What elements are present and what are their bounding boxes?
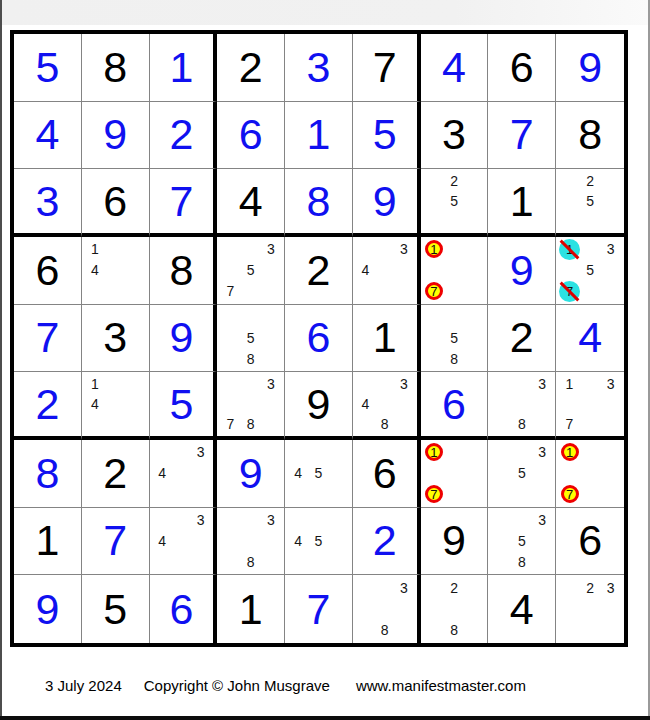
pencil-marks: 45 — [288, 442, 349, 505]
solved-digit: 4 — [578, 316, 602, 359]
candidate-slot: 3 — [261, 510, 281, 531]
cell-r3c3[interactable]: 7 — [150, 169, 218, 237]
solved-digit: 2 — [35, 383, 59, 426]
cell-r8c7[interactable]: 9 — [421, 508, 489, 576]
candidate-slot: 5 — [308, 531, 328, 552]
candidate-slot: 3 — [261, 239, 281, 260]
cell-r7c7[interactable]: 17 — [421, 440, 489, 508]
candidate-digit: 3 — [267, 513, 275, 527]
candidate-slot: 1 — [424, 239, 444, 260]
solved-digit: 9 — [169, 316, 193, 359]
pencil-marks: 58 — [220, 307, 281, 370]
pencil-marks: 38 — [220, 510, 281, 573]
cell-r8c8[interactable]: 358 — [488, 508, 556, 576]
candidate-digit: 3 — [197, 513, 205, 527]
candidate-slot: 3 — [600, 577, 621, 598]
given-digit: 2 — [307, 249, 331, 292]
cell-r2c1[interactable]: 4 — [14, 102, 82, 170]
candidate-slot: 1 — [424, 442, 444, 463]
candidate-slot: 3 — [261, 374, 281, 394]
pencil-marks: 25 — [559, 171, 621, 231]
solved-digit: 8 — [35, 452, 59, 495]
cell-r3c5[interactable]: 8 — [285, 169, 353, 237]
cell-r3c8[interactable]: 1 — [488, 169, 556, 237]
candidate-slot: 8 — [444, 620, 464, 641]
candidate-digit: 8 — [450, 623, 458, 637]
given-digit: 5 — [103, 588, 127, 631]
candidate-digit: 8 — [381, 417, 389, 431]
candidate-slot: 4 — [356, 260, 375, 281]
given-digit: 6 — [578, 519, 602, 562]
candidate-slot: 4 — [85, 394, 105, 414]
candidate-digit: 2 — [586, 174, 594, 188]
given-digit: 3 — [103, 316, 127, 359]
candidate-slot: 2 — [580, 171, 601, 191]
solved-digit: 7 — [169, 180, 193, 223]
cell-r9c5[interactable]: 7 — [285, 575, 353, 643]
candidate-digit: 5 — [518, 466, 526, 480]
candidate-slot: 5 — [580, 191, 601, 211]
cell-r4c7[interactable]: 17 — [421, 237, 489, 305]
cell-r4c9[interactable]: 1357 — [556, 237, 624, 305]
given-digit: 4 — [239, 180, 263, 223]
cell-r9c9[interactable]: 23 — [556, 575, 624, 643]
cell-r5c5[interactable]: 6 — [285, 305, 353, 373]
pencil-marks: 358 — [491, 510, 552, 573]
cell-r3c6[interactable]: 9 — [353, 169, 421, 237]
candidate-highlighted-circle: 7 — [425, 282, 443, 300]
solved-digit: 6 — [442, 383, 466, 426]
candidate-digit: 3 — [400, 581, 408, 595]
pencil-marks: 34 — [153, 510, 211, 573]
candidate-digit: 8 — [381, 623, 389, 637]
cell-r9c3[interactable]: 6 — [150, 575, 218, 643]
cell-r8c2[interactable]: 7 — [82, 508, 150, 576]
cell-r8c4[interactable]: 38 — [217, 508, 285, 576]
cell-r1c4[interactable]: 2 — [217, 34, 285, 102]
candidate-slot: 5 — [512, 531, 532, 552]
candidate-digit: 3 — [607, 377, 615, 391]
candidate-digit: 1 — [566, 377, 574, 391]
candidate-slot: 4 — [288, 463, 308, 484]
given-digit: 6 — [103, 180, 127, 223]
given-digit: 1 — [35, 519, 59, 562]
cell-r5c4[interactable]: 58 — [217, 305, 285, 373]
cell-r7c8[interactable]: 35 — [488, 440, 556, 508]
cell-r8c5[interactable]: 45 — [285, 508, 353, 576]
pencil-marks: 58 — [424, 307, 485, 370]
candidate-slot: 8 — [375, 414, 394, 434]
cell-r6c6[interactable]: 348 — [353, 372, 421, 440]
cell-r7c5[interactable]: 45 — [285, 440, 353, 508]
solved-digit: 6 — [169, 588, 193, 631]
candidate-slot: 5 — [444, 328, 464, 349]
given-digit: 2 — [103, 452, 127, 495]
candidate-slot: 3 — [532, 510, 552, 531]
footer-date: 3 July 2024 — [45, 677, 122, 694]
candidate-slot: 1 — [559, 239, 580, 260]
cell-r6c5[interactable]: 9 — [285, 372, 353, 440]
cell-r6c8[interactable]: 38 — [488, 372, 556, 440]
candidate-highlighted-circle: 7 — [561, 485, 579, 503]
cell-r5c8[interactable]: 2 — [488, 305, 556, 373]
cell-r2c6[interactable]: 5 — [353, 102, 421, 170]
solved-digit: 4 — [442, 46, 466, 89]
candidate-slot: 8 — [512, 414, 532, 434]
cell-r2c5[interactable]: 1 — [285, 102, 353, 170]
pencil-marks: 137 — [559, 374, 621, 434]
solved-digit: 7 — [35, 316, 59, 359]
candidate-digit: 2 — [586, 581, 594, 595]
pencil-marks: 23 — [559, 577, 621, 641]
candidate-slot: 4 — [153, 531, 172, 552]
footer-website: www.manifestmaster.com — [356, 677, 526, 694]
cell-r9c7[interactable]: 28 — [421, 575, 489, 643]
cell-r7c6[interactable]: 6 — [353, 440, 421, 508]
candidate-slot: 4 — [153, 463, 172, 484]
solved-digit: 5 — [169, 383, 193, 426]
pencil-marks: 17 — [424, 442, 485, 505]
window-toolbar — [2, 0, 648, 25]
cell-r2c9[interactable]: 8 — [556, 102, 624, 170]
cell-r9c1[interactable]: 9 — [14, 575, 82, 643]
candidate-digit: 4 — [294, 534, 302, 548]
candidate-digit: 4 — [91, 263, 99, 277]
candidate-slot: 1 — [559, 442, 580, 463]
footer-copyright: Copyright © John Musgrave — [144, 677, 330, 694]
cell-r8c3[interactable]: 34 — [150, 508, 218, 576]
solved-digit: 6 — [239, 113, 263, 156]
solved-digit: 9 — [239, 452, 263, 495]
candidate-slot: 5 — [241, 328, 261, 349]
candidate-slot: 3 — [394, 374, 413, 394]
given-digit: 8 — [103, 46, 127, 89]
candidate-eliminated-circle: 7 — [559, 281, 580, 302]
cell-r4c4[interactable]: 357 — [217, 237, 285, 305]
solved-digit: 9 — [578, 46, 602, 89]
cell-r3c4[interactable]: 4 — [217, 169, 285, 237]
candidate-slot: 3 — [394, 239, 413, 260]
candidate-digit: 3 — [400, 377, 408, 391]
cell-r6c4[interactable]: 378 — [217, 372, 285, 440]
cell-r1c7[interactable]: 4 — [421, 34, 489, 102]
candidate-slot: 3 — [532, 374, 552, 394]
given-digit: 6 — [510, 46, 534, 89]
candidate-digit: 4 — [91, 397, 99, 411]
cell-r7c9[interactable]: 17 — [556, 440, 624, 508]
cell-r2c3[interactable]: 2 — [150, 102, 218, 170]
candidate-digit: 3 — [538, 445, 546, 459]
candidate-digit: 4 — [294, 466, 302, 480]
given-digit: 9 — [442, 519, 466, 562]
given-digit: 1 — [373, 316, 397, 359]
candidate-slot: 5 — [308, 463, 328, 484]
candidate-digit: 7 — [227, 284, 235, 298]
candidate-slot: 5 — [512, 463, 532, 484]
pencil-marks: 348 — [356, 374, 414, 434]
cell-r6c7[interactable]: 6 — [421, 372, 489, 440]
cell-r5c9[interactable]: 4 — [556, 305, 624, 373]
candidate-slot: 4 — [288, 531, 308, 552]
solved-digit: 7 — [103, 519, 127, 562]
cell-r5c3[interactable]: 9 — [150, 305, 218, 373]
candidate-slot: 7 — [559, 281, 580, 302]
candidate-digit: 1 — [91, 377, 99, 391]
candidate-highlighted-circle: 7 — [425, 485, 443, 503]
cell-r9c8[interactable]: 4 — [488, 575, 556, 643]
pencil-marks: 14 — [85, 374, 146, 434]
candidate-digit: 3 — [538, 513, 546, 527]
candidate-digit: 8 — [518, 555, 526, 569]
candidate-slot: 5 — [444, 191, 464, 211]
given-digit: 1 — [239, 588, 263, 631]
candidate-digit: 4 — [158, 534, 166, 548]
solved-digit: 7 — [510, 113, 534, 156]
candidate-slot: 3 — [191, 442, 210, 463]
candidate-slot: 3 — [600, 239, 621, 260]
candidate-slot: 8 — [241, 348, 261, 369]
cell-r1c3[interactable]: 1 — [150, 34, 218, 102]
solved-digit: 1 — [169, 46, 193, 89]
cell-r5c6[interactable]: 1 — [353, 305, 421, 373]
pencil-marks: 357 — [220, 239, 281, 302]
cell-r9c2[interactable]: 5 — [82, 575, 150, 643]
solved-digit: 9 — [35, 588, 59, 631]
candidate-slot: 3 — [600, 374, 621, 394]
given-digit: 1 — [510, 180, 534, 223]
solved-digit: 5 — [373, 113, 397, 156]
candidate-slot: 7 — [424, 484, 444, 505]
cell-r5c1[interactable]: 7 — [14, 305, 82, 373]
candidate-digit: 8 — [518, 417, 526, 431]
candidate-digit: 3 — [607, 581, 615, 595]
cell-r7c4[interactable]: 9 — [217, 440, 285, 508]
candidate-digit: 4 — [158, 466, 166, 480]
cell-r3c7[interactable]: 25 — [421, 169, 489, 237]
cell-r1c2[interactable]: 8 — [82, 34, 150, 102]
candidate-slot: 4 — [85, 260, 105, 281]
candidate-slot: 7 — [424, 281, 444, 302]
candidate-slot: 3 — [191, 510, 210, 531]
footer: 3 July 2024Copyright © John Musgravewww.… — [45, 677, 605, 694]
candidate-digit: 5 — [586, 263, 594, 277]
candidate-digit: 2 — [450, 174, 458, 188]
candidate-slot: 8 — [375, 620, 394, 641]
candidate-slot: 8 — [241, 551, 261, 572]
cell-r7c3[interactable]: 34 — [150, 440, 218, 508]
given-digit: 9 — [307, 383, 331, 426]
candidate-digit: 3 — [267, 377, 275, 391]
cell-r4c2[interactable]: 14 — [82, 237, 150, 305]
cell-r5c7[interactable]: 58 — [421, 305, 489, 373]
candidate-slot: 7 — [220, 281, 240, 302]
cell-r2c8[interactable]: 7 — [488, 102, 556, 170]
cell-r3c1[interactable]: 3 — [14, 169, 82, 237]
candidate-digit: 8 — [450, 352, 458, 366]
solved-digit: 9 — [103, 113, 127, 156]
candidate-digit: 3 — [197, 445, 205, 459]
window-bottom-edge — [0, 716, 650, 720]
pencil-marks: 34 — [356, 239, 414, 302]
candidate-digit: 5 — [247, 263, 255, 277]
cell-r6c2[interactable]: 14 — [82, 372, 150, 440]
cell-r4c8[interactable]: 9 — [488, 237, 556, 305]
pencil-marks: 14 — [85, 239, 146, 302]
cell-r2c2[interactable]: 9 — [82, 102, 150, 170]
solved-digit: 3 — [35, 180, 59, 223]
candidate-slot: 7 — [220, 414, 240, 434]
given-digit: 8 — [169, 249, 193, 292]
candidate-digit: 4 — [362, 263, 370, 277]
candidate-slot: 4 — [356, 394, 375, 414]
cell-r8c1[interactable]: 1 — [14, 508, 82, 576]
cell-r6c9[interactable]: 137 — [556, 372, 624, 440]
candidate-highlighted-circle: 1 — [425, 443, 443, 461]
candidate-digit: 3 — [267, 242, 275, 256]
candidate-digit: 4 — [362, 397, 370, 411]
candidate-digit: 8 — [247, 352, 255, 366]
cell-r7c2[interactable]: 2 — [82, 440, 150, 508]
pencil-marks: 25 — [424, 171, 485, 231]
cell-r3c2[interactable]: 6 — [82, 169, 150, 237]
cell-r4c6[interactable]: 34 — [353, 237, 421, 305]
cell-r4c3[interactable]: 8 — [150, 237, 218, 305]
candidate-slot: 3 — [394, 577, 413, 598]
cell-r9c6[interactable]: 38 — [353, 575, 421, 643]
given-digit: 4 — [510, 588, 534, 631]
pencil-marks: 17 — [424, 239, 485, 302]
cell-r1c8[interactable]: 6 — [488, 34, 556, 102]
cell-r1c5[interactable]: 3 — [285, 34, 353, 102]
candidate-slot: 2 — [444, 577, 464, 598]
pencil-marks: 34 — [153, 442, 211, 505]
given-digit: 8 — [578, 113, 602, 156]
sudoku-board: 5812374694926153783674892512561483572341… — [10, 30, 628, 647]
candidate-digit: 3 — [607, 242, 615, 256]
candidate-slot: 8 — [512, 551, 532, 572]
cell-r2c4[interactable]: 6 — [217, 102, 285, 170]
candidate-slot: 2 — [444, 171, 464, 191]
candidate-digit: 8 — [247, 417, 255, 431]
pencil-marks: 38 — [356, 577, 414, 641]
cell-r8c9[interactable]: 6 — [556, 508, 624, 576]
solved-digit: 2 — [373, 519, 397, 562]
cell-r5c2[interactable]: 3 — [82, 305, 150, 373]
solved-digit: 4 — [35, 113, 59, 156]
solved-digit: 3 — [307, 46, 331, 89]
solved-digit: 2 — [169, 113, 193, 156]
solved-digit: 9 — [373, 180, 397, 223]
candidate-digit: 5 — [247, 331, 255, 345]
cell-r4c5[interactable]: 2 — [285, 237, 353, 305]
candidate-digit: 7 — [566, 417, 574, 431]
candidate-highlighted-circle: 1 — [561, 443, 579, 461]
given-digit: 3 — [442, 113, 466, 156]
given-digit: 6 — [35, 249, 59, 292]
solved-digit: 1 — [307, 113, 331, 156]
candidate-slot: 3 — [532, 442, 552, 463]
candidate-slot: 1 — [85, 239, 105, 260]
cell-r1c9[interactable]: 9 — [556, 34, 624, 102]
pencil-marks: 38 — [491, 374, 552, 434]
candidate-slot: 8 — [444, 348, 464, 369]
candidate-digit: 5 — [518, 534, 526, 548]
candidate-slot: 7 — [559, 414, 580, 434]
candidate-digit: 8 — [247, 555, 255, 569]
candidate-highlighted-circle: 1 — [425, 240, 443, 258]
cell-r6c1[interactable]: 2 — [14, 372, 82, 440]
cell-r4c1[interactable]: 6 — [14, 237, 82, 305]
candidate-digit: 3 — [400, 242, 408, 256]
candidate-digit: 2 — [450, 581, 458, 595]
cell-r3c9[interactable]: 25 — [556, 169, 624, 237]
pencil-marks: 28 — [424, 577, 485, 641]
cell-r6c3[interactable]: 5 — [150, 372, 218, 440]
candidate-digit: 5 — [586, 194, 594, 208]
given-digit: 6 — [373, 452, 397, 495]
candidate-slot: 7 — [559, 484, 580, 505]
given-digit: 2 — [239, 46, 263, 89]
candidate-digit: 5 — [315, 534, 323, 548]
solved-digit: 8 — [307, 180, 331, 223]
cell-r7c1[interactable]: 8 — [14, 440, 82, 508]
candidate-eliminated-circle: 1 — [559, 239, 580, 260]
candidate-slot: 1 — [85, 374, 105, 394]
given-digit: 2 — [510, 316, 534, 359]
window-left-edge — [0, 0, 2, 716]
cell-r2c7[interactable]: 3 — [421, 102, 489, 170]
candidate-digit: 7 — [227, 417, 235, 431]
pencil-marks: 45 — [288, 510, 349, 573]
candidate-slot: 2 — [580, 577, 601, 598]
candidate-slot: 8 — [241, 414, 261, 434]
candidate-digit: 5 — [450, 194, 458, 208]
candidate-digit: 5 — [315, 466, 323, 480]
solved-digit: 7 — [307, 588, 331, 631]
cell-r1c1[interactable]: 5 — [14, 34, 82, 102]
candidate-slot: 5 — [241, 260, 261, 281]
candidate-digit: 5 — [450, 331, 458, 345]
given-digit: 7 — [373, 46, 397, 89]
candidate-slot: 1 — [559, 374, 580, 394]
candidate-digit: 1 — [91, 242, 99, 256]
pencil-marks: 378 — [220, 374, 281, 434]
candidate-digit: 3 — [538, 377, 546, 391]
pencil-marks: 35 — [491, 442, 552, 505]
pencil-marks: 17 — [559, 442, 621, 505]
candidate-slot: 5 — [580, 260, 601, 281]
cell-r8c6[interactable]: 2 — [353, 508, 421, 576]
solved-digit: 5 — [35, 46, 59, 89]
cell-r1c6[interactable]: 7 — [353, 34, 421, 102]
pencil-marks: 1357 — [559, 239, 621, 302]
solved-digit: 9 — [510, 249, 534, 292]
solved-digit: 6 — [307, 316, 331, 359]
cell-r9c4[interactable]: 1 — [217, 575, 285, 643]
